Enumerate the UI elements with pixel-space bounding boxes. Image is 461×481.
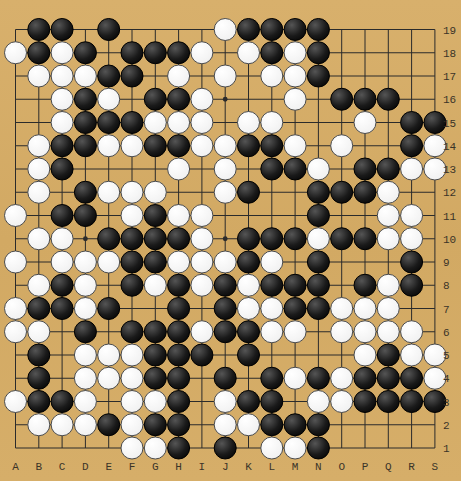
black-stone [284, 298, 306, 320]
white-stone [98, 135, 120, 157]
black-stone [307, 367, 329, 389]
black-stone [261, 367, 283, 389]
white-stone [331, 367, 353, 389]
black-stone [144, 367, 166, 389]
white-stone [28, 321, 50, 343]
black-stone [401, 367, 423, 389]
white-stone [51, 65, 73, 87]
black-stone [238, 19, 260, 41]
white-stone [377, 321, 399, 343]
row-label: 2 [443, 420, 450, 432]
black-stone [214, 298, 236, 320]
row-label: 6 [443, 327, 450, 339]
black-stone [121, 251, 143, 273]
black-stone [238, 344, 260, 366]
go-board[interactable]: ABCDEFGHIJKLMNOPQRS191817161514131211109… [0, 0, 461, 481]
white-stone [191, 274, 213, 296]
black-stone [401, 135, 423, 157]
black-stone [261, 391, 283, 413]
white-stone [51, 251, 73, 273]
white-stone [168, 251, 190, 273]
black-stone [284, 414, 306, 436]
black-stone [51, 19, 73, 41]
black-stone [191, 344, 213, 366]
black-stone [168, 391, 190, 413]
black-stone [401, 274, 423, 296]
white-stone [51, 42, 73, 64]
black-stone [144, 414, 166, 436]
black-stone [261, 228, 283, 250]
white-stone [261, 112, 283, 134]
white-stone [28, 65, 50, 87]
column-label: G [152, 461, 159, 473]
black-stone [401, 391, 423, 413]
white-stone [284, 135, 306, 157]
black-stone [168, 88, 190, 110]
white-stone [28, 414, 50, 436]
black-stone [28, 344, 50, 366]
black-stone [354, 367, 376, 389]
black-stone [168, 298, 190, 320]
black-stone [121, 65, 143, 87]
white-stone [238, 298, 260, 320]
white-stone [191, 42, 213, 64]
black-stone [377, 88, 399, 110]
black-stone [307, 19, 329, 41]
black-stone [168, 321, 190, 343]
row-label: 3 [443, 397, 450, 409]
black-stone [168, 414, 190, 436]
black-stone [98, 298, 120, 320]
black-stone [214, 274, 236, 296]
white-stone [261, 298, 283, 320]
black-stone [354, 181, 376, 203]
black-stone [238, 391, 260, 413]
black-stone [401, 251, 423, 273]
black-stone [51, 391, 73, 413]
white-stone [121, 367, 143, 389]
black-stone [51, 298, 73, 320]
column-label: A [12, 461, 19, 473]
black-stone [354, 274, 376, 296]
white-stone [28, 158, 50, 180]
black-stone [28, 42, 50, 64]
white-stone [168, 112, 190, 134]
star-point [223, 97, 228, 102]
black-stone [238, 228, 260, 250]
white-stone [98, 344, 120, 366]
row-label: 1 [443, 443, 450, 455]
white-stone [284, 88, 306, 110]
white-stone [191, 251, 213, 273]
black-stone [51, 158, 73, 180]
column-label: S [432, 461, 439, 473]
white-stone [74, 344, 96, 366]
white-stone [261, 437, 283, 459]
white-stone [261, 65, 283, 87]
white-stone [284, 321, 306, 343]
white-stone [121, 414, 143, 436]
white-stone [51, 414, 73, 436]
white-stone [284, 367, 306, 389]
white-stone [401, 228, 423, 250]
black-stone [354, 391, 376, 413]
white-stone [28, 274, 50, 296]
black-stone [98, 228, 120, 250]
black-stone [51, 205, 73, 227]
black-stone [144, 205, 166, 227]
white-stone [74, 391, 96, 413]
black-stone [307, 251, 329, 273]
white-stone [121, 135, 143, 157]
column-label: C [59, 461, 66, 473]
white-stone [5, 205, 27, 227]
white-stone [144, 112, 166, 134]
black-stone [74, 88, 96, 110]
column-label: B [35, 461, 42, 473]
white-stone [5, 321, 27, 343]
white-stone [354, 344, 376, 366]
white-stone [74, 298, 96, 320]
white-stone [307, 391, 329, 413]
black-stone [144, 135, 166, 157]
black-stone [284, 158, 306, 180]
row-label: 18 [443, 48, 456, 60]
white-stone [98, 88, 120, 110]
white-stone [74, 414, 96, 436]
column-label: E [105, 461, 112, 473]
black-stone [261, 414, 283, 436]
black-stone [377, 367, 399, 389]
row-label: 16 [443, 94, 456, 106]
column-label: N [315, 461, 322, 473]
column-label: H [175, 461, 182, 473]
row-label: 10 [443, 234, 456, 246]
black-stone [214, 437, 236, 459]
white-stone [307, 228, 329, 250]
black-stone [168, 228, 190, 250]
white-stone [214, 135, 236, 157]
column-label: J [222, 461, 229, 473]
white-stone [284, 65, 306, 87]
row-label: 7 [443, 304, 450, 316]
black-stone [168, 42, 190, 64]
white-stone [28, 135, 50, 157]
black-stone [401, 112, 423, 134]
white-stone [121, 437, 143, 459]
white-stone [401, 344, 423, 366]
white-stone [401, 158, 423, 180]
white-stone [354, 298, 376, 320]
white-stone [377, 274, 399, 296]
black-stone [261, 158, 283, 180]
white-stone [51, 88, 73, 110]
black-stone [238, 251, 260, 273]
white-stone [28, 228, 50, 250]
black-stone [168, 274, 190, 296]
black-stone [307, 181, 329, 203]
white-stone [74, 274, 96, 296]
black-stone [307, 437, 329, 459]
star-point [83, 236, 88, 241]
white-stone [261, 251, 283, 273]
row-label: 19 [443, 25, 456, 37]
column-label: M [292, 461, 299, 473]
black-stone [74, 135, 96, 157]
black-stone [168, 437, 190, 459]
white-stone [377, 205, 399, 227]
white-stone [51, 228, 73, 250]
black-stone [307, 298, 329, 320]
black-stone [144, 321, 166, 343]
white-stone [214, 251, 236, 273]
white-stone [121, 344, 143, 366]
white-stone [5, 298, 27, 320]
white-stone [331, 298, 353, 320]
white-stone [98, 367, 120, 389]
black-stone [168, 367, 190, 389]
black-stone [74, 42, 96, 64]
column-label: K [245, 461, 252, 473]
black-stone [74, 181, 96, 203]
white-stone [377, 181, 399, 203]
black-stone [144, 228, 166, 250]
white-stone [121, 181, 143, 203]
black-stone [121, 274, 143, 296]
white-stone [74, 65, 96, 87]
column-label: D [82, 461, 89, 473]
white-stone [144, 437, 166, 459]
column-label: F [129, 461, 136, 473]
column-label: Q [385, 461, 392, 473]
black-stone [98, 19, 120, 41]
white-stone [98, 251, 120, 273]
black-stone [238, 181, 260, 203]
black-stone [121, 321, 143, 343]
white-stone [238, 274, 260, 296]
white-stone [74, 367, 96, 389]
white-stone [168, 65, 190, 87]
white-stone [214, 65, 236, 87]
white-stone [284, 437, 306, 459]
white-stone [238, 112, 260, 134]
row-label: 12 [443, 187, 456, 199]
black-stone [238, 321, 260, 343]
white-stone [331, 135, 353, 157]
black-stone [74, 321, 96, 343]
white-stone [191, 88, 213, 110]
white-stone [214, 19, 236, 41]
column-label: R [408, 461, 415, 473]
white-stone [168, 205, 190, 227]
go-board-svg: ABCDEFGHIJKLMNOPQRS191817161514131211109… [0, 0, 461, 481]
white-stone [401, 205, 423, 227]
black-stone [121, 228, 143, 250]
black-stone [168, 344, 190, 366]
white-stone [5, 391, 27, 413]
black-stone [214, 321, 236, 343]
black-stone [261, 19, 283, 41]
black-stone [28, 19, 50, 41]
white-stone [121, 391, 143, 413]
black-stone [28, 391, 50, 413]
white-stone [331, 321, 353, 343]
black-stone [307, 65, 329, 87]
black-stone [121, 42, 143, 64]
black-stone [28, 298, 50, 320]
black-stone [331, 228, 353, 250]
white-stone [98, 181, 120, 203]
white-stone [377, 298, 399, 320]
black-stone [331, 181, 353, 203]
white-stone [354, 321, 376, 343]
black-stone [377, 391, 399, 413]
white-stone [5, 42, 27, 64]
row-label: 4 [443, 373, 450, 385]
column-label: I [199, 461, 206, 473]
star-point [223, 236, 228, 241]
column-label: P [362, 461, 369, 473]
white-stone [401, 321, 423, 343]
black-stone [144, 251, 166, 273]
black-stone [307, 414, 329, 436]
white-stone [144, 274, 166, 296]
black-stone [214, 367, 236, 389]
black-stone [261, 135, 283, 157]
black-stone [238, 135, 260, 157]
white-stone [144, 391, 166, 413]
white-stone [121, 205, 143, 227]
black-stone [28, 367, 50, 389]
white-stone [191, 228, 213, 250]
white-stone [191, 135, 213, 157]
black-stone [331, 88, 353, 110]
black-stone [261, 274, 283, 296]
black-stone [377, 344, 399, 366]
black-stone [98, 112, 120, 134]
white-stone [284, 42, 306, 64]
black-stone [144, 42, 166, 64]
black-stone [354, 158, 376, 180]
row-label: 17 [443, 71, 456, 83]
white-stone [377, 228, 399, 250]
black-stone [74, 112, 96, 134]
black-stone [261, 42, 283, 64]
row-label: 11 [443, 211, 457, 223]
black-stone [307, 42, 329, 64]
white-stone [331, 391, 353, 413]
white-stone [214, 158, 236, 180]
white-stone [214, 391, 236, 413]
black-stone [144, 88, 166, 110]
black-stone [354, 228, 376, 250]
white-stone [51, 112, 73, 134]
column-label: O [338, 461, 345, 473]
black-stone [51, 135, 73, 157]
row-label: 13 [443, 164, 456, 176]
white-stone [191, 205, 213, 227]
black-stone [51, 274, 73, 296]
white-stone [168, 158, 190, 180]
black-stone [98, 65, 120, 87]
black-stone [307, 274, 329, 296]
white-stone [238, 414, 260, 436]
white-stone [307, 158, 329, 180]
white-stone [214, 181, 236, 203]
row-label: 9 [443, 257, 450, 269]
white-stone [261, 321, 283, 343]
white-stone [191, 112, 213, 134]
black-stone [377, 158, 399, 180]
white-stone [28, 181, 50, 203]
row-label: 14 [443, 141, 457, 153]
row-label: 15 [443, 118, 456, 130]
black-stone [74, 205, 96, 227]
white-stone [5, 251, 27, 273]
white-stone [144, 181, 166, 203]
black-stone [307, 205, 329, 227]
white-stone [238, 42, 260, 64]
black-stone [168, 135, 190, 157]
black-stone [284, 228, 306, 250]
white-stone [191, 321, 213, 343]
black-stone [98, 414, 120, 436]
row-label: 8 [443, 280, 450, 292]
column-label: L [268, 461, 275, 473]
white-stone [354, 112, 376, 134]
black-stone [354, 88, 376, 110]
black-stone [144, 344, 166, 366]
black-stone [284, 19, 306, 41]
white-stone [214, 414, 236, 436]
black-stone [121, 112, 143, 134]
white-stone [74, 251, 96, 273]
row-label: 5 [443, 350, 450, 362]
black-stone [284, 274, 306, 296]
